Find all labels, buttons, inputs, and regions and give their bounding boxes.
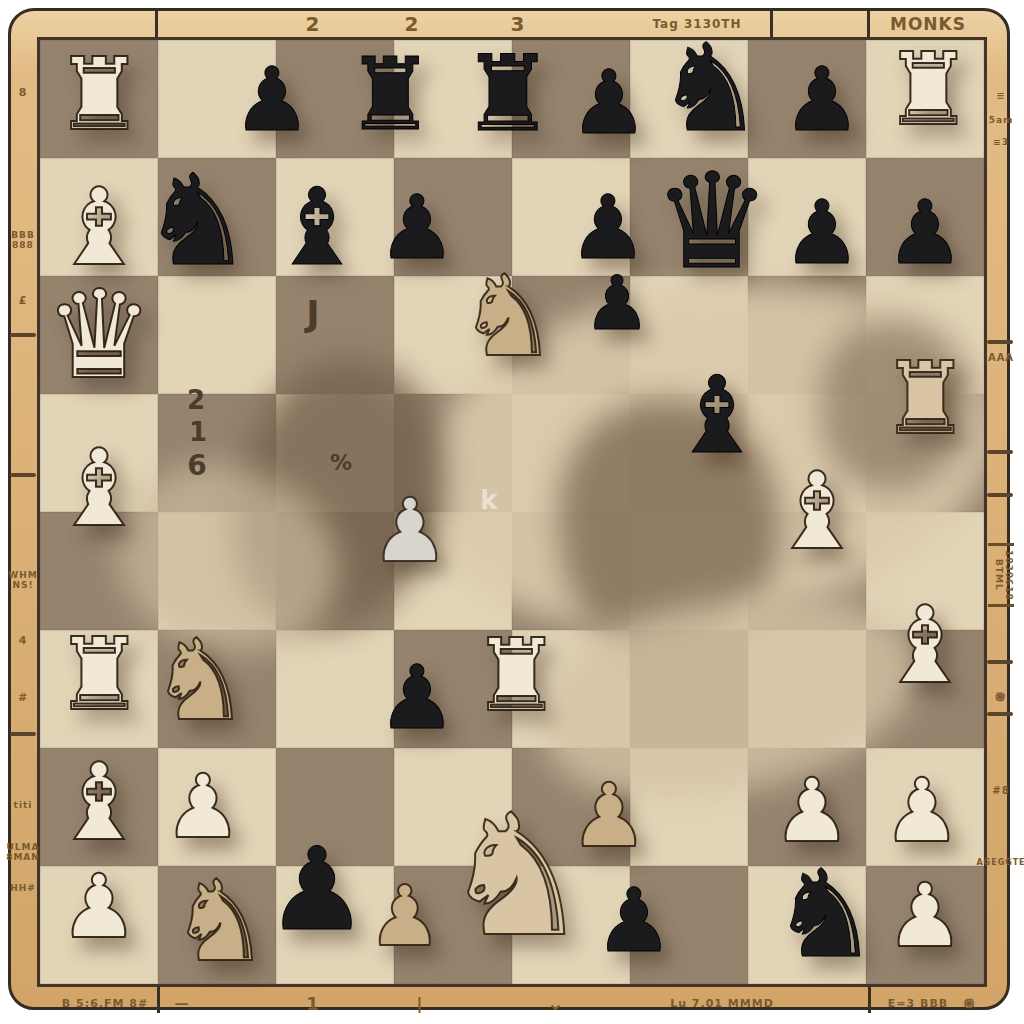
square-b4[interactable] bbox=[158, 512, 276, 630]
white-bishop[interactable]: ♝ bbox=[51, 750, 146, 856]
white-pawn[interactable]: ♟ bbox=[371, 487, 450, 575]
black-pawn[interactable]: ♟ bbox=[378, 654, 457, 742]
frame-left-label: ULMA 8MAN bbox=[6, 842, 40, 862]
square-f4[interactable] bbox=[630, 512, 748, 630]
white-rook[interactable]: ♜ bbox=[471, 626, 561, 726]
frame-left-label: 4 bbox=[19, 634, 28, 647]
white-pawn[interactable]: ♟ bbox=[886, 872, 965, 960]
black-bishop[interactable]: ♝ bbox=[669, 363, 764, 469]
white-pawn[interactable]: ♟ bbox=[368, 875, 443, 959]
black-rook[interactable]: ♜ bbox=[461, 42, 555, 147]
white-rook[interactable]: ♜ bbox=[883, 40, 973, 140]
frame-left-label: # bbox=[18, 691, 28, 704]
square-e5[interactable] bbox=[512, 394, 630, 512]
frame-bottom-label: E=3 BBB bbox=[888, 997, 948, 1010]
frame-right-label: ≡3 bbox=[993, 137, 1009, 147]
white-pawn[interactable]: ♟ bbox=[164, 763, 243, 851]
frame-left-label: 8 bbox=[19, 86, 28, 99]
frame-bottom-label: Lu 7.01 MMMD bbox=[670, 997, 774, 1010]
frame-top-label: 2 bbox=[306, 12, 321, 36]
white-rook[interactable]: ♜ bbox=[54, 625, 144, 725]
white-pawn[interactable]: ♟ bbox=[883, 767, 962, 855]
frame-left-label: BBB 888 bbox=[11, 230, 35, 250]
frame-top-label: 2 bbox=[405, 12, 420, 36]
black-queen[interactable]: ♛ bbox=[653, 156, 771, 288]
white-pawn[interactable]: ♟ bbox=[773, 767, 852, 855]
frame-right-label: AAA bbox=[988, 352, 1014, 363]
frame-left-tick bbox=[10, 473, 36, 477]
black-knight[interactable]: ♞ bbox=[141, 159, 253, 284]
frame-top-label: Tag 3130TH bbox=[652, 17, 741, 31]
black-knight[interactable]: ♞ bbox=[771, 855, 879, 976]
square-b5[interactable] bbox=[158, 394, 276, 512]
frame-right-label: ֍ bbox=[995, 690, 1008, 704]
black-pawn[interactable]: ♟ bbox=[783, 56, 862, 144]
frame-right-tick bbox=[987, 493, 1013, 497]
white-knight[interactable]: ♞ bbox=[441, 792, 592, 960]
white-knight[interactable]: ♞ bbox=[458, 260, 558, 372]
frame-top-divider bbox=[867, 11, 870, 37]
black-knight[interactable]: ♞ bbox=[656, 29, 764, 150]
frame-right-tick bbox=[987, 450, 1013, 454]
frame-bottom-divider bbox=[868, 987, 871, 1013]
black-pawn[interactable]: ♟ bbox=[378, 184, 457, 272]
frame-right-stamp-block: 1030618 BTML bbox=[988, 543, 1014, 607]
white-rook[interactable]: ♜ bbox=[54, 45, 144, 145]
frame-bottom-label: ⌄ bbox=[547, 991, 565, 1015]
frame-bottom-divider bbox=[157, 987, 160, 1013]
frame-right-label: #8 bbox=[992, 785, 1009, 796]
frame-bottom-label: ֎ bbox=[963, 996, 977, 1011]
frame-left-label: titi bbox=[14, 800, 33, 810]
chess-illustration: ♜♟♜♜♟♞♟♜♝♞♝♟♟♛♟♟♛♞♟♝♝♜♟♝♜♞♟♜♝♝♟♟♟♟♟♞♟♟♞♟… bbox=[0, 0, 1024, 1024]
frame-left-label: WHM NS! bbox=[8, 570, 37, 590]
frame-bottom-label: B 5:6.FM 8# bbox=[62, 997, 148, 1010]
black-pawn[interactable]: ♟ bbox=[570, 59, 649, 147]
frame-right-tick bbox=[987, 340, 1013, 344]
frame-bottom-label: 1 bbox=[306, 993, 320, 1014]
frame-left-tick bbox=[10, 333, 36, 337]
frame-top-divider bbox=[155, 11, 158, 37]
frame-right-tick bbox=[987, 712, 1013, 716]
square-c6[interactable] bbox=[276, 276, 394, 394]
frame-right-label: ≡ bbox=[996, 90, 1005, 101]
square-e4[interactable] bbox=[512, 512, 630, 630]
white-bishop[interactable]: ♝ bbox=[769, 459, 864, 565]
black-pawn[interactable]: ♟ bbox=[233, 56, 312, 144]
black-pawn[interactable]: ♟ bbox=[783, 189, 862, 277]
frame-bottom-label: | bbox=[417, 994, 424, 1013]
black-pawn[interactable]: ♟ bbox=[886, 189, 965, 277]
white-queen[interactable]: ♛ bbox=[44, 274, 153, 396]
square-g3[interactable] bbox=[748, 630, 866, 748]
white-pawn[interactable]: ♟ bbox=[60, 863, 139, 951]
square-f3[interactable] bbox=[630, 630, 748, 748]
black-pawn[interactable]: ♟ bbox=[583, 267, 650, 342]
frame-bottom-label: — bbox=[175, 995, 190, 1011]
square-c3[interactable] bbox=[276, 630, 394, 748]
black-pawn[interactable]: ♟ bbox=[595, 877, 674, 965]
frame-right-tick bbox=[987, 660, 1013, 664]
frame-top-label: 3 bbox=[511, 12, 526, 36]
frame-left-tick bbox=[10, 732, 36, 736]
black-pawn[interactable]: ♟ bbox=[266, 833, 369, 947]
white-bishop[interactable]: ♝ bbox=[51, 436, 146, 542]
white-knight[interactable]: ♞ bbox=[150, 624, 250, 736]
frame-top-label: MONKS bbox=[890, 14, 966, 34]
frame-top-divider bbox=[770, 11, 773, 37]
frame-left-label: £ bbox=[19, 294, 28, 307]
white-bishop[interactable]: ♝ bbox=[877, 593, 972, 699]
black-rook[interactable]: ♜ bbox=[345, 45, 435, 145]
frame-right-label: 5am bbox=[989, 115, 1014, 125]
frame-right-label: AGEGGTE bbox=[976, 858, 1024, 867]
frame-left-label: HH# bbox=[10, 883, 36, 893]
white-knight[interactable]: ♞ bbox=[170, 865, 270, 977]
white-rook[interactable]: ♜ bbox=[880, 349, 970, 449]
black-bishop[interactable]: ♝ bbox=[269, 175, 364, 281]
